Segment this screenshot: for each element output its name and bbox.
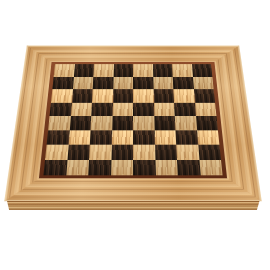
square-d7[interactable] <box>113 77 133 90</box>
square-a2[interactable] <box>45 145 68 160</box>
square-d1[interactable] <box>111 160 133 176</box>
square-b4[interactable] <box>69 116 91 130</box>
board-side-edge <box>5 201 261 210</box>
square-f7[interactable] <box>153 77 173 90</box>
square-d8[interactable] <box>113 64 133 76</box>
square-f1[interactable] <box>155 160 178 176</box>
square-c4[interactable] <box>91 116 113 130</box>
square-a6[interactable] <box>51 89 73 102</box>
square-h8[interactable] <box>192 64 213 76</box>
square-h6[interactable] <box>193 89 215 102</box>
square-f3[interactable] <box>154 130 176 145</box>
square-h3[interactable] <box>197 130 220 145</box>
square-e5[interactable] <box>133 102 154 116</box>
square-c2[interactable] <box>89 145 111 160</box>
square-f6[interactable] <box>153 89 174 102</box>
square-e8[interactable] <box>133 64 153 76</box>
square-b3[interactable] <box>68 130 90 145</box>
photo-background <box>0 0 270 270</box>
square-g7[interactable] <box>173 77 194 90</box>
board-frame-top <box>24 46 241 62</box>
square-a7[interactable] <box>52 77 73 90</box>
square-h2[interactable] <box>198 145 221 160</box>
square-g2[interactable] <box>176 145 199 160</box>
square-h1[interactable] <box>199 160 223 176</box>
square-h7[interactable] <box>192 77 213 90</box>
square-d3[interactable] <box>111 130 133 145</box>
square-c1[interactable] <box>88 160 111 176</box>
chessboard-grid <box>43 64 222 175</box>
square-b2[interactable] <box>67 145 90 160</box>
square-d5[interactable] <box>112 102 133 116</box>
square-h5[interactable] <box>195 102 217 116</box>
square-g5[interactable] <box>174 102 196 116</box>
square-b6[interactable] <box>71 89 92 102</box>
square-f2[interactable] <box>155 145 177 160</box>
square-f8[interactable] <box>153 64 173 76</box>
square-e6[interactable] <box>133 89 154 102</box>
square-b7[interactable] <box>73 77 94 90</box>
square-f5[interactable] <box>154 102 175 116</box>
square-c5[interactable] <box>91 102 112 116</box>
square-g6[interactable] <box>173 89 194 102</box>
board-frame-bottom <box>4 178 262 201</box>
square-g8[interactable] <box>172 64 192 76</box>
square-c8[interactable] <box>93 64 113 76</box>
square-a3[interactable] <box>47 130 70 145</box>
square-a5[interactable] <box>50 102 72 116</box>
square-g3[interactable] <box>175 130 197 145</box>
square-f4[interactable] <box>154 116 176 130</box>
square-g4[interactable] <box>175 116 197 130</box>
square-d4[interactable] <box>112 116 133 130</box>
square-d6[interactable] <box>112 89 133 102</box>
square-b5[interactable] <box>70 102 92 116</box>
chessboard <box>4 46 262 202</box>
square-c7[interactable] <box>93 77 113 90</box>
square-b1[interactable] <box>66 160 89 176</box>
square-a8[interactable] <box>54 64 75 76</box>
square-e7[interactable] <box>133 77 153 90</box>
square-c6[interactable] <box>92 89 113 102</box>
square-c3[interactable] <box>90 130 112 145</box>
square-b8[interactable] <box>74 64 94 76</box>
square-g1[interactable] <box>177 160 200 176</box>
square-a4[interactable] <box>48 116 70 130</box>
square-e4[interactable] <box>133 116 154 130</box>
square-h4[interactable] <box>196 116 218 130</box>
square-a1[interactable] <box>43 160 67 176</box>
square-e2[interactable] <box>133 145 155 160</box>
square-e3[interactable] <box>133 130 155 145</box>
square-d2[interactable] <box>111 145 133 160</box>
square-e1[interactable] <box>133 160 155 176</box>
